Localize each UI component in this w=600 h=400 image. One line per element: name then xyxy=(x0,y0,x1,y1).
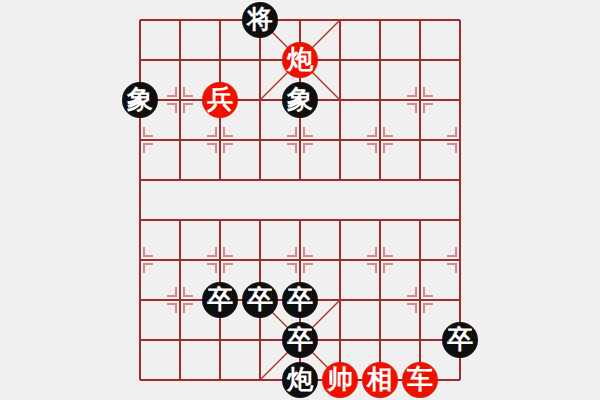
piece-black-elephant[interactable]: 象 xyxy=(122,82,158,118)
xiangqi-board: 将炮象兵象卒卒卒卒卒炮帅相车 xyxy=(120,0,480,400)
piece-black-soldier[interactable]: 卒 xyxy=(282,282,318,318)
piece-glyph: 炮 xyxy=(287,46,313,72)
board-cell: 卒 xyxy=(200,280,240,320)
board-cell: 象 xyxy=(120,80,160,120)
piece-glyph: 卒 xyxy=(247,286,273,312)
piece-red-chariot[interactable]: 车 xyxy=(402,362,438,398)
piece-glyph: 象 xyxy=(287,86,313,112)
board-cell: 兵 xyxy=(200,80,240,120)
board-cell: 象 xyxy=(280,80,320,120)
board-cell: 卒 xyxy=(440,320,480,360)
board-cell: 车 xyxy=(400,360,440,400)
piece-red-soldier[interactable]: 兵 xyxy=(202,82,238,118)
board-cell: 相 xyxy=(360,360,400,400)
board-cell: 卒 xyxy=(280,280,320,320)
piece-glyph: 卒 xyxy=(287,326,313,352)
piece-glyph: 将 xyxy=(247,6,273,32)
piece-red-elephant[interactable]: 相 xyxy=(362,362,398,398)
board-cell: 炮 xyxy=(280,40,320,80)
board-cell: 炮 xyxy=(280,360,320,400)
piece-black-soldier[interactable]: 卒 xyxy=(282,322,318,358)
piece-black-soldier[interactable]: 卒 xyxy=(242,282,278,318)
board-cell: 帅 xyxy=(320,360,360,400)
piece-glyph: 炮 xyxy=(287,366,313,392)
piece-red-cannon[interactable]: 炮 xyxy=(282,42,318,78)
piece-glyph: 帅 xyxy=(327,366,353,392)
board-cell: 卒 xyxy=(280,320,320,360)
piece-glyph: 相 xyxy=(367,366,393,392)
piece-black-elephant[interactable]: 象 xyxy=(282,82,318,118)
piece-black-soldier[interactable]: 卒 xyxy=(202,282,238,318)
board-cell: 卒 xyxy=(240,280,280,320)
piece-glyph: 卒 xyxy=(207,286,233,312)
piece-glyph: 卒 xyxy=(287,286,313,312)
piece-black-general[interactable]: 将 xyxy=(242,2,278,38)
piece-red-general[interactable]: 帅 xyxy=(322,362,358,398)
piece-glyph: 卒 xyxy=(447,326,473,352)
pieces-layer: 将炮象兵象卒卒卒卒卒炮帅相车 xyxy=(120,0,480,400)
piece-glyph: 象 xyxy=(127,86,153,112)
piece-glyph: 车 xyxy=(407,366,433,392)
board-cell: 将 xyxy=(240,0,280,40)
piece-glyph: 兵 xyxy=(207,86,233,112)
piece-black-soldier[interactable]: 卒 xyxy=(442,322,478,358)
piece-black-cannon[interactable]: 炮 xyxy=(282,362,318,398)
